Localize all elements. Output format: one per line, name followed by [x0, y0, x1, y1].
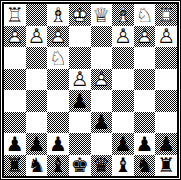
- square-d2[interactable]: [91, 26, 113, 48]
- square-b6[interactable]: [134, 112, 156, 134]
- chess-board: ♜♖♝♗♚♔♛♕♝♗♞♘♜♖♟♙♟♙♟♙♟♙♟♙♟♙♞♘♟♙♟♙♟♟♟♟♟♟♟♟…: [2, 2, 179, 178]
- square-g5[interactable]: [26, 90, 48, 112]
- square-e6[interactable]: [69, 112, 91, 134]
- square-c5[interactable]: [112, 90, 134, 112]
- square-g8[interactable]: ♞: [26, 155, 48, 177]
- square-a3[interactable]: [155, 47, 177, 69]
- square-f4[interactable]: [47, 69, 69, 91]
- square-e1[interactable]: ♚♔: [69, 4, 91, 26]
- piece-white-bishop: ♗: [112, 4, 134, 26]
- square-g4[interactable]: [26, 69, 48, 91]
- square-d5[interactable]: [91, 90, 113, 112]
- square-b8[interactable]: ♞: [134, 155, 156, 177]
- piece-white-pawn: ♙: [91, 69, 113, 91]
- square-b7[interactable]: ♟: [134, 133, 156, 155]
- piece-white-rook: ♖: [4, 4, 26, 26]
- square-c2[interactable]: ♟♙: [112, 26, 134, 48]
- piece-black-knight: ♞: [26, 155, 48, 177]
- square-f3[interactable]: ♞♘: [47, 47, 69, 69]
- piece-black-knight: ♞: [134, 155, 156, 177]
- square-g1[interactable]: [26, 4, 48, 26]
- square-d7[interactable]: [91, 133, 113, 155]
- piece-white-knight: ♘: [134, 4, 156, 26]
- square-h5[interactable]: [4, 90, 26, 112]
- piece-black-bishop: ♝: [47, 155, 69, 177]
- square-d4[interactable]: ♟♙: [91, 69, 113, 91]
- piece-black-pawn: ♟: [26, 133, 48, 155]
- piece-white-queen: ♕: [91, 4, 113, 26]
- piece-white-pawn: ♙: [47, 26, 69, 48]
- square-b3[interactable]: [134, 47, 156, 69]
- square-c7[interactable]: ♟: [112, 133, 134, 155]
- square-d3[interactable]: [91, 47, 113, 69]
- square-e8[interactable]: ♚: [69, 155, 91, 177]
- square-b2[interactable]: ♟♙: [134, 26, 156, 48]
- square-f2[interactable]: ♟♙: [47, 26, 69, 48]
- piece-white-pawn: ♙: [26, 26, 48, 48]
- square-b4[interactable]: [134, 69, 156, 91]
- square-a2[interactable]: ♟♙: [155, 26, 177, 48]
- square-g3[interactable]: [26, 47, 48, 69]
- square-h7[interactable]: ♟: [4, 133, 26, 155]
- square-g7[interactable]: ♟: [26, 133, 48, 155]
- piece-white-knight: ♘: [47, 47, 69, 69]
- piece-black-king: ♚: [69, 155, 91, 177]
- piece-black-rook: ♜: [155, 155, 177, 177]
- square-g2[interactable]: ♟♙: [26, 26, 48, 48]
- square-f7[interactable]: ♟: [47, 133, 69, 155]
- piece-black-pawn: ♟: [47, 133, 69, 155]
- square-a5[interactable]: [155, 90, 177, 112]
- piece-black-rook: ♜: [4, 155, 26, 177]
- piece-black-pawn: ♟: [134, 133, 156, 155]
- square-c4[interactable]: [112, 69, 134, 91]
- piece-white-bishop: ♗: [47, 4, 69, 26]
- piece-white-pawn: ♙: [134, 26, 156, 48]
- piece-black-pawn: ♟: [4, 133, 26, 155]
- square-h1[interactable]: ♜♖: [4, 4, 26, 26]
- square-d8[interactable]: ♛: [91, 155, 113, 177]
- square-c8[interactable]: ♝: [112, 155, 134, 177]
- square-a1[interactable]: ♜♖: [155, 4, 177, 26]
- square-e5[interactable]: ♟: [69, 90, 91, 112]
- square-f6[interactable]: [47, 112, 69, 134]
- piece-black-pawn: ♟: [112, 133, 134, 155]
- square-h8[interactable]: ♜: [4, 155, 26, 177]
- piece-black-pawn: ♟: [69, 90, 91, 112]
- square-e3[interactable]: [69, 47, 91, 69]
- square-f1[interactable]: ♝♗: [47, 4, 69, 26]
- piece-black-pawn: ♟: [91, 112, 113, 134]
- chess-diagram-frame: ♜♖♝♗♚♔♛♕♝♗♞♘♜♖♟♙♟♙♟♙♟♙♟♙♟♙♞♘♟♙♟♙♟♟♟♟♟♟♟♟…: [0, 0, 181, 180]
- square-a4[interactable]: [155, 69, 177, 91]
- piece-white-pawn: ♙: [155, 26, 177, 48]
- piece-white-rook: ♖: [155, 4, 177, 26]
- square-h2[interactable]: ♟♙: [4, 26, 26, 48]
- square-d6[interactable]: ♟: [91, 112, 113, 134]
- square-e2[interactable]: [69, 26, 91, 48]
- square-f8[interactable]: ♝: [47, 155, 69, 177]
- square-a7[interactable]: ♟: [155, 133, 177, 155]
- piece-white-pawn: ♙: [112, 26, 134, 48]
- piece-white-king: ♔: [69, 4, 91, 26]
- square-h6[interactable]: [4, 112, 26, 134]
- piece-black-pawn: ♟: [155, 133, 177, 155]
- square-e7[interactable]: [69, 133, 91, 155]
- square-c3[interactable]: [112, 47, 134, 69]
- square-b1[interactable]: ♞♘: [134, 4, 156, 26]
- square-f5[interactable]: [47, 90, 69, 112]
- square-c6[interactable]: [112, 112, 134, 134]
- square-h4[interactable]: [4, 69, 26, 91]
- square-d1[interactable]: ♛♕: [91, 4, 113, 26]
- square-h3[interactable]: [4, 47, 26, 69]
- square-b5[interactable]: [134, 90, 156, 112]
- square-c1[interactable]: ♝♗: [112, 4, 134, 26]
- piece-white-pawn: ♙: [4, 26, 26, 48]
- square-a6[interactable]: [155, 112, 177, 134]
- square-a8[interactable]: ♜: [155, 155, 177, 177]
- square-g6[interactable]: [26, 112, 48, 134]
- piece-black-queen: ♛: [91, 155, 113, 177]
- square-e4[interactable]: ♟♙: [69, 69, 91, 91]
- piece-black-bishop: ♝: [112, 155, 134, 177]
- piece-white-pawn: ♙: [69, 69, 91, 91]
